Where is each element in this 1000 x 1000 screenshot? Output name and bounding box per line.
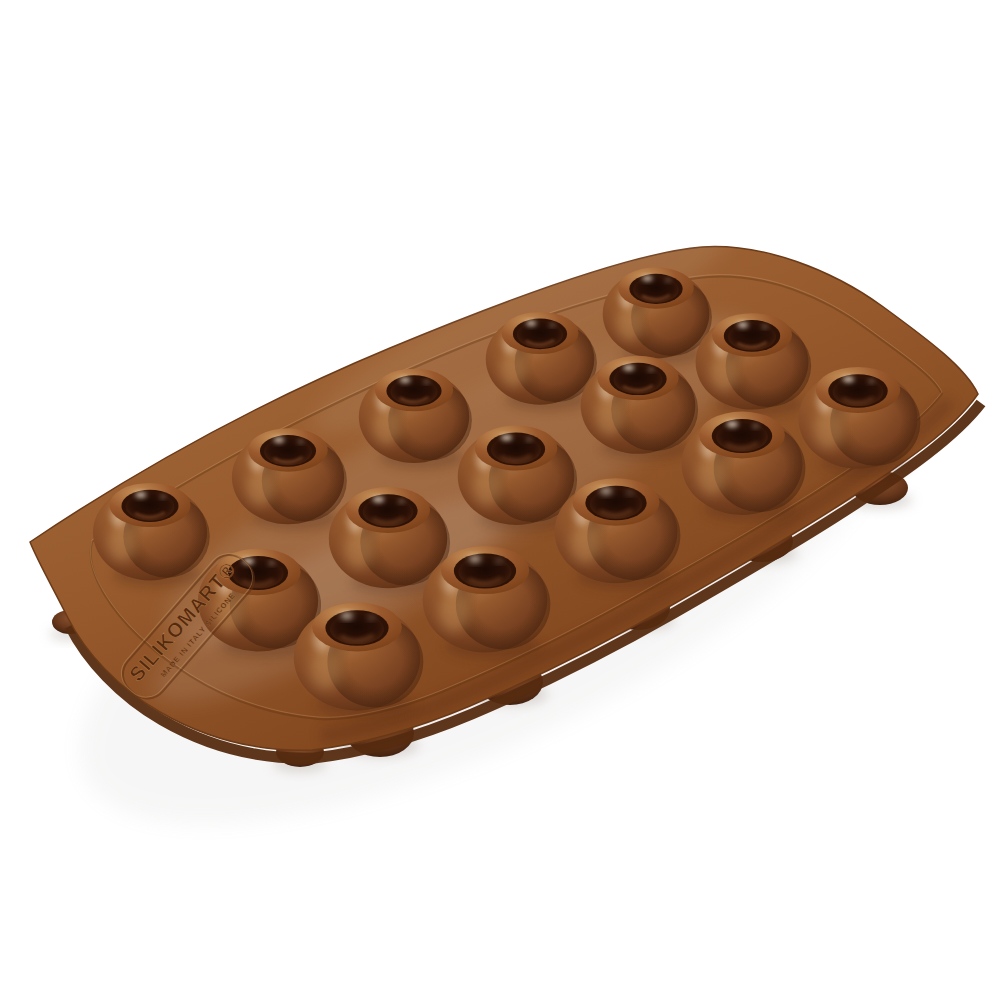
rim-glint: [501, 435, 512, 441]
dome-highlight-band: [616, 307, 642, 341]
rim-glint-small: [648, 368, 654, 372]
dome-highlight-band: [500, 352, 526, 387]
dome-highlight-band: [570, 524, 600, 564]
rim-glint-small: [496, 559, 503, 563]
dome-highlight-band: [697, 456, 726, 495]
rim-glint-small: [762, 325, 768, 329]
chocolate-mold-image: SILIKOMART® MADE IN ITALY SILICONE: [0, 0, 1000, 1000]
rim-glint: [843, 376, 855, 382]
rim-glint-small: [752, 424, 759, 428]
rim-glint: [373, 496, 384, 502]
rim-glint-small: [160, 495, 166, 499]
rim-glint-small: [526, 438, 533, 442]
rim-glint: [526, 321, 537, 327]
rim-glint: [400, 377, 411, 383]
dome-highlight-band: [473, 469, 501, 507]
dome-highlight-band: [246, 470, 273, 506]
dome-highlight-band: [814, 411, 843, 449]
rim-glint-small: [368, 616, 375, 620]
rim-glint-small: [549, 323, 555, 327]
rim-glint-small: [423, 380, 429, 384]
dome-highlight-band: [310, 649, 341, 690]
rim-glint: [469, 556, 481, 562]
rim-glint-small: [626, 491, 633, 495]
rim-glint-small: [268, 561, 275, 565]
rim-glint: [726, 421, 738, 427]
rim-glint: [737, 322, 748, 328]
dome-highlight-band: [439, 592, 469, 632]
rim-glint: [274, 437, 285, 443]
dome-highlight-band: [710, 355, 737, 391]
rim-glint-small: [665, 279, 671, 282]
dome-highlight-band: [344, 531, 373, 569]
rim-glint-small: [398, 499, 405, 503]
dome-highlight-band: [108, 525, 136, 562]
rim-glint: [135, 492, 146, 498]
product-photo: SILIKOMART® MADE IN ITALY SILICONE: [0, 0, 1000, 1000]
rim-glint: [341, 613, 353, 620]
rim-glint: [600, 488, 612, 494]
rim-glint: [642, 276, 652, 282]
rim-glint-small: [868, 379, 875, 383]
rim-glint-small: [298, 440, 304, 444]
dome-highlight-band: [595, 398, 623, 435]
dome-highlight-band: [373, 410, 400, 446]
rim-glint: [623, 365, 634, 371]
